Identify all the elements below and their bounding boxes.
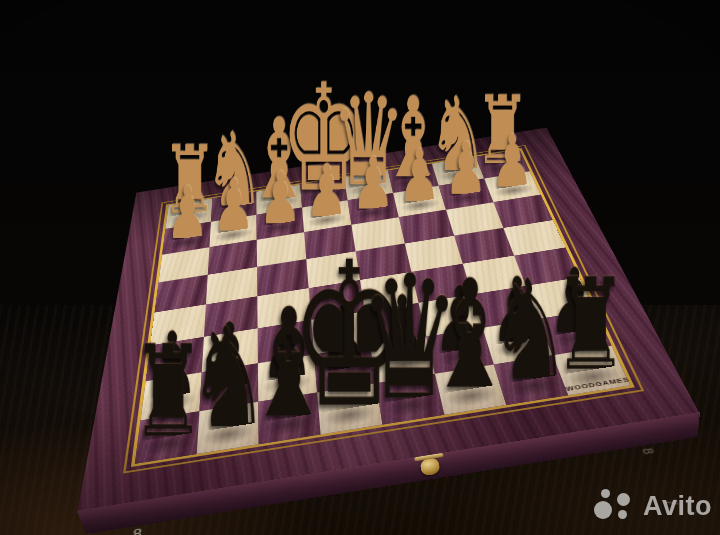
- photo-scene: ♜♞♝♚♛♝♞♜♟♟♟♟♟♟♟♟♟♟♟♟♟♟♟♟♜♞♝♚♛♝♞♜ ABCDEFG…: [0, 0, 720, 535]
- piece-white-pawn: ♟: [352, 157, 395, 210]
- piece-white-pawn: ♟: [212, 179, 255, 232]
- avito-circles-logo-icon: [592, 488, 636, 525]
- gold-clasp-icon: [420, 457, 441, 476]
- piece-white-pawn: ♟: [398, 150, 441, 203]
- watermark: Avito: [592, 488, 712, 525]
- piece-white-pawn: ♟: [166, 186, 209, 239]
- piece-white-pawn: ♟: [259, 172, 302, 225]
- piece-black-rook: ♜: [553, 278, 628, 372]
- board-3d-stage: ♜♞♝♚♛♝♞♜♟♟♟♟♟♟♟♟♟♟♟♟♟♟♟♟♜♞♝♚♛♝♞♜ ABCDEFG…: [0, 0, 720, 535]
- board-grid: ♜♞♝♚♛♝♞♜♟♟♟♟♟♟♟♟♟♟♟♟♟♟♟♟♜♞♝♚♛♝♞♜: [135, 150, 630, 464]
- piece-white-pawn: ♟: [491, 135, 534, 188]
- watermark-label: Avito: [643, 491, 712, 522]
- chess-box: ♜♞♝♚♛♝♞♜♟♟♟♟♟♟♟♟♟♟♟♟♟♟♟♟♜♞♝♚♛♝♞♜ ABCDEFG…: [78, 128, 699, 511]
- square-g6: [446, 202, 503, 235]
- pinstripe-inner: ♜♞♝♚♛♝♞♜♟♟♟♟♟♟♟♟♟♟♟♟♟♟♟♟♜♞♝♚♛♝♞♜: [131, 148, 635, 467]
- piece-white-pawn: ♟: [305, 164, 348, 217]
- square-h6: [493, 195, 552, 228]
- pinstripe-outer: ♜♞♝♚♛♝♞♜♟♟♟♟♟♟♟♟♟♟♟♟♟♟♟♟♜♞♝♚♛♝♞♜: [123, 145, 644, 474]
- piece-white-pawn: ♟: [444, 142, 487, 195]
- board-frame: ♜♞♝♚♛♝♞♜♟♟♟♟♟♟♟♟♟♟♟♟♟♟♟♟♜♞♝♚♛♝♞♜ ABCDEFG…: [78, 128, 699, 511]
